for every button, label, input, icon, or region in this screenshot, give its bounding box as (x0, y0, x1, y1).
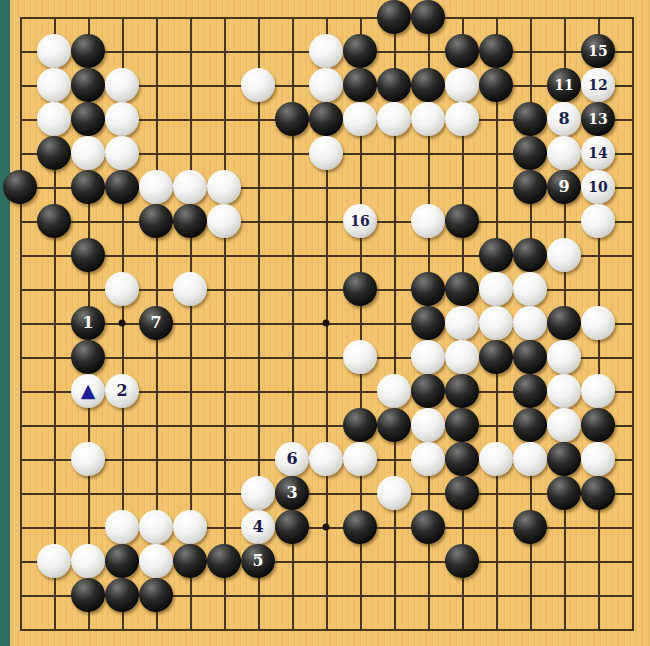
stone-black[interactable] (37, 136, 71, 170)
stone-black[interactable] (445, 544, 479, 578)
stone-black[interactable] (37, 204, 71, 238)
stone-black[interactable]: 15 (581, 34, 615, 68)
stone-white[interactable]: 2 (105, 374, 139, 408)
stone-black[interactable] (173, 204, 207, 238)
stone-white[interactable] (513, 442, 547, 476)
stone-white[interactable] (241, 476, 275, 510)
stone-white[interactable] (139, 544, 173, 578)
stone-black[interactable] (479, 34, 513, 68)
stone-white[interactable]: 16 (343, 204, 377, 238)
stone-black[interactable] (411, 272, 445, 306)
stone-white[interactable] (105, 272, 139, 306)
stone-black[interactable] (479, 68, 513, 102)
stone-black[interactable]: 9 (547, 170, 581, 204)
stone-black[interactable]: 13 (581, 102, 615, 136)
stone-white[interactable] (581, 442, 615, 476)
stone-black[interactable] (547, 476, 581, 510)
stone-white[interactable] (241, 68, 275, 102)
stone-black[interactable] (513, 408, 547, 442)
move-number-label: 13 (588, 112, 607, 126)
stone-white[interactable] (207, 170, 241, 204)
stone-white[interactable] (581, 374, 615, 408)
stone-black[interactable]: 3 (275, 476, 309, 510)
stone-black[interactable] (479, 238, 513, 272)
stone-white[interactable]: 8 (547, 102, 581, 136)
stone-white[interactable] (105, 102, 139, 136)
stone-white[interactable]: 14 (581, 136, 615, 170)
stone-black[interactable] (445, 272, 479, 306)
stone-white[interactable] (37, 34, 71, 68)
stone-black[interactable] (547, 442, 581, 476)
move-number-label: 4 (252, 519, 263, 535)
star-point (323, 320, 330, 327)
stone-white[interactable] (411, 204, 445, 238)
stone-black[interactable] (343, 510, 377, 544)
stone-black[interactable] (581, 408, 615, 442)
stone-white[interactable] (309, 136, 343, 170)
stone-white[interactable] (445, 102, 479, 136)
move-number-label: 7 (150, 315, 161, 331)
move-number-label: 10 (588, 180, 607, 194)
stone-black[interactable] (377, 408, 411, 442)
move-number-label: 14 (588, 146, 607, 160)
stone-black[interactable] (445, 34, 479, 68)
stone-white[interactable]: ▲ (71, 374, 105, 408)
stone-black[interactable]: 5 (241, 544, 275, 578)
stone-white[interactable] (309, 34, 343, 68)
stone-white[interactable] (309, 68, 343, 102)
stone-white[interactable] (547, 408, 581, 442)
stone-black[interactable] (71, 170, 105, 204)
stone-white[interactable] (139, 510, 173, 544)
move-number-label: 12 (588, 78, 607, 92)
stone-black[interactable] (139, 204, 173, 238)
star-point (323, 524, 330, 531)
stone-white[interactable] (37, 68, 71, 102)
stone-white[interactable] (207, 204, 241, 238)
stone-white[interactable] (411, 102, 445, 136)
move-number-label: 9 (558, 179, 569, 195)
move-number-label: 15 (588, 44, 607, 58)
stone-white[interactable] (479, 306, 513, 340)
stone-white[interactable] (513, 306, 547, 340)
stone-black[interactable] (343, 408, 377, 442)
move-number-label: 2 (116, 383, 127, 399)
stone-white[interactable] (37, 102, 71, 136)
stone-white[interactable] (309, 442, 343, 476)
stone-black[interactable] (71, 238, 105, 272)
move-number-label: 8 (558, 111, 569, 127)
stone-black[interactable]: 11 (547, 68, 581, 102)
stone-black[interactable] (513, 170, 547, 204)
stone-black[interactable] (343, 34, 377, 68)
stone-white[interactable] (547, 136, 581, 170)
move-number-label: 1 (82, 315, 93, 331)
go-board[interactable]: 151112813149101617▲26345 (0, 0, 650, 646)
stone-white[interactable] (71, 544, 105, 578)
left-border-strip (0, 0, 10, 646)
move-number-label: 11 (554, 78, 573, 92)
stone-black[interactable] (105, 170, 139, 204)
stone-black[interactable] (71, 578, 105, 612)
stone-white[interactable] (547, 374, 581, 408)
stone-white[interactable] (343, 442, 377, 476)
stone-black[interactable]: 1 (71, 306, 105, 340)
stone-black[interactable] (581, 476, 615, 510)
stone-white[interactable] (479, 442, 513, 476)
grid-line-horizontal (20, 629, 634, 631)
stone-black[interactable] (445, 204, 479, 238)
triangle-marker-icon: ▲ (81, 381, 96, 400)
stone-white[interactable] (581, 204, 615, 238)
stone-white[interactable] (71, 442, 105, 476)
stone-white[interactable]: 10 (581, 170, 615, 204)
stone-white[interactable] (445, 306, 479, 340)
stone-black[interactable] (343, 68, 377, 102)
stone-white[interactable] (173, 272, 207, 306)
stone-white[interactable] (547, 238, 581, 272)
stone-white[interactable] (343, 340, 377, 374)
stone-black[interactable]: 7 (139, 306, 173, 340)
stone-black[interactable] (445, 476, 479, 510)
move-number-label: 6 (286, 451, 297, 467)
stone-white[interactable] (411, 340, 445, 374)
stone-white[interactable] (411, 442, 445, 476)
stone-black[interactable] (445, 442, 479, 476)
grid-line-vertical (632, 17, 634, 631)
stone-black[interactable] (411, 68, 445, 102)
stone-white[interactable] (377, 374, 411, 408)
stone-black[interactable] (411, 306, 445, 340)
stone-black[interactable] (411, 374, 445, 408)
stone-black[interactable] (513, 340, 547, 374)
move-number-label: 16 (350, 214, 369, 228)
stone-black[interactable] (71, 102, 105, 136)
stone-white[interactable] (71, 136, 105, 170)
move-number-label: 5 (252, 553, 263, 569)
grid-line-horizontal (20, 493, 634, 495)
stone-black[interactable] (547, 306, 581, 340)
stone-white[interactable] (411, 408, 445, 442)
stone-black[interactable] (513, 238, 547, 272)
stone-black[interactable] (411, 510, 445, 544)
stone-black[interactable] (445, 374, 479, 408)
stone-black[interactable] (207, 544, 241, 578)
stone-black[interactable] (513, 136, 547, 170)
stone-black[interactable] (309, 102, 343, 136)
stone-white[interactable] (479, 272, 513, 306)
stone-black[interactable] (275, 510, 309, 544)
stone-white[interactable] (105, 136, 139, 170)
stone-black[interactable] (71, 340, 105, 374)
stone-black[interactable] (139, 578, 173, 612)
stone-white[interactable] (173, 170, 207, 204)
stone-black[interactable] (377, 0, 411, 34)
stone-black[interactable] (377, 68, 411, 102)
stone-white[interactable] (547, 340, 581, 374)
stone-black[interactable] (343, 272, 377, 306)
stone-black[interactable] (71, 34, 105, 68)
stone-black[interactable] (105, 578, 139, 612)
stone-black[interactable] (479, 340, 513, 374)
stone-white[interactable] (445, 68, 479, 102)
stone-black[interactable] (411, 0, 445, 34)
stone-black[interactable] (445, 408, 479, 442)
stone-black[interactable] (275, 102, 309, 136)
stone-white[interactable]: 4 (241, 510, 275, 544)
stone-white[interactable] (581, 306, 615, 340)
stone-black[interactable] (71, 68, 105, 102)
stone-black[interactable] (513, 510, 547, 544)
stone-white[interactable] (377, 476, 411, 510)
stone-white[interactable] (105, 68, 139, 102)
stone-white[interactable] (37, 544, 71, 578)
stone-black[interactable] (3, 170, 37, 204)
stone-white[interactable] (105, 510, 139, 544)
stone-white[interactable] (139, 170, 173, 204)
star-point (119, 320, 126, 327)
stone-black[interactable] (513, 102, 547, 136)
stone-white[interactable] (445, 340, 479, 374)
stone-white[interactable] (513, 272, 547, 306)
stone-white[interactable] (377, 102, 411, 136)
stone-white[interactable] (343, 102, 377, 136)
stone-black[interactable] (173, 544, 207, 578)
stone-white[interactable]: 6 (275, 442, 309, 476)
stone-white[interactable]: 12 (581, 68, 615, 102)
stone-black[interactable] (513, 374, 547, 408)
stone-black[interactable] (105, 544, 139, 578)
move-number-label: 3 (286, 485, 297, 501)
stone-white[interactable] (173, 510, 207, 544)
